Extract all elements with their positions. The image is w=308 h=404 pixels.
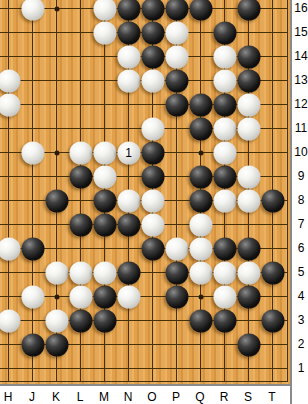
- stone-black[interactable]: [141, 141, 164, 164]
- star-point: [54, 150, 59, 155]
- stone-white[interactable]: [21, 141, 44, 164]
- stone-white[interactable]: [93, 21, 116, 44]
- stone-black[interactable]: [213, 237, 236, 260]
- stone-white[interactable]: [213, 189, 236, 212]
- stone-black[interactable]: [69, 165, 92, 188]
- stone-white[interactable]: 1: [117, 141, 140, 164]
- stone-white[interactable]: [21, 0, 44, 20]
- coord-label-row: 12: [294, 97, 307, 111]
- star-point: [198, 150, 203, 155]
- board-gridline: [0, 320, 288, 321]
- stone-white[interactable]: [117, 285, 140, 308]
- stone-white[interactable]: [213, 285, 236, 308]
- stone-white[interactable]: [213, 45, 236, 68]
- stone-black[interactable]: [45, 189, 68, 212]
- stone-black[interactable]: [261, 189, 284, 212]
- stone-black[interactable]: [189, 117, 212, 140]
- stone-white[interactable]: [117, 189, 140, 212]
- stone-black[interactable]: [189, 309, 212, 332]
- stone-white[interactable]: [93, 141, 116, 164]
- coord-label-row: 14: [294, 49, 307, 63]
- stone-white[interactable]: [0, 309, 20, 332]
- coord-label-column: O: [147, 390, 156, 404]
- stone-black[interactable]: [237, 285, 260, 308]
- coord-label-column: L: [77, 390, 84, 404]
- stone-white[interactable]: [213, 141, 236, 164]
- board-gridline: [32, 0, 33, 382]
- stone-white[interactable]: [93, 0, 116, 20]
- stone-black[interactable]: [141, 0, 164, 20]
- stone-black[interactable]: [165, 0, 188, 20]
- stone-white[interactable]: [45, 261, 68, 284]
- stone-black[interactable]: [261, 309, 284, 332]
- stone-white[interactable]: [93, 165, 116, 188]
- stone-white[interactable]: [0, 69, 20, 92]
- coord-label-row: 8: [298, 193, 305, 207]
- stone-black[interactable]: [237, 69, 260, 92]
- stone-black[interactable]: [213, 93, 236, 116]
- coord-label-column: H: [4, 390, 13, 404]
- stone-black[interactable]: [213, 21, 236, 44]
- coord-label-row: 9: [298, 169, 305, 183]
- stone-black[interactable]: [189, 0, 212, 20]
- coord-label-row: 2: [298, 337, 305, 351]
- stone-black[interactable]: [237, 237, 260, 260]
- stone-black[interactable]: [93, 309, 116, 332]
- coord-label-row: 13: [294, 73, 307, 87]
- stone-black[interactable]: [213, 165, 236, 188]
- stone-white[interactable]: [237, 117, 260, 140]
- stone-white[interactable]: [189, 213, 212, 236]
- stone-white[interactable]: [69, 285, 92, 308]
- stone-white[interactable]: [189, 237, 212, 260]
- stone-white[interactable]: [165, 21, 188, 44]
- go-board[interactable]: 1: [0, 0, 290, 384]
- stone-black[interactable]: [189, 189, 212, 212]
- stone-white[interactable]: [117, 45, 140, 68]
- stone-white[interactable]: [237, 261, 260, 284]
- stone-white[interactable]: [213, 261, 236, 284]
- stone-black[interactable]: [165, 285, 188, 308]
- stone-black[interactable]: [117, 261, 140, 284]
- stone-black[interactable]: [141, 237, 164, 260]
- stone-white[interactable]: [69, 261, 92, 284]
- stone-black[interactable]: [213, 309, 236, 332]
- stone-black[interactable]: [189, 165, 212, 188]
- stone-black[interactable]: [237, 45, 260, 68]
- star-point: [198, 294, 203, 299]
- go-app-window: 1 HJKLMNOPQRST 16151413121110987654321: [0, 0, 308, 404]
- coord-label-column: Q: [195, 390, 204, 404]
- coord-label-row: 10: [294, 145, 307, 159]
- coord-label-column: P: [172, 390, 180, 404]
- stone-white[interactable]: [0, 237, 20, 260]
- coord-label-row: 16: [294, 1, 307, 15]
- coord-label-column: J: [29, 390, 35, 404]
- stone-white[interactable]: [141, 69, 164, 92]
- stone-white[interactable]: [141, 213, 164, 236]
- stone-black[interactable]: [21, 237, 44, 260]
- stone-black[interactable]: [141, 21, 164, 44]
- stone-white[interactable]: [237, 165, 260, 188]
- coord-label-column: K: [52, 390, 60, 404]
- stone-black[interactable]: [189, 93, 212, 116]
- row-label-strip: 16151413121110987654321: [290, 0, 308, 404]
- stone-black[interactable]: [141, 165, 164, 188]
- stone-white[interactable]: [141, 189, 164, 212]
- stone-black[interactable]: [237, 333, 260, 356]
- board-gridline: [0, 368, 288, 369]
- board-edge-line: [0, 381, 288, 382]
- stone-white[interactable]: [93, 261, 116, 284]
- stone-white[interactable]: [237, 93, 260, 116]
- stone-black[interactable]: [261, 261, 284, 284]
- stone-white[interactable]: [165, 45, 188, 68]
- coord-label-row: 4: [298, 289, 305, 303]
- coord-label-column: M: [99, 390, 109, 404]
- coord-label-row: 6: [298, 241, 305, 255]
- stone-white[interactable]: [237, 189, 260, 212]
- stone-black[interactable]: [93, 189, 116, 212]
- coord-label-column: T: [268, 390, 275, 404]
- stone-black[interactable]: [69, 213, 92, 236]
- stone-black[interactable]: [45, 333, 68, 356]
- stone-black[interactable]: [237, 0, 260, 20]
- stone-black[interactable]: [117, 21, 140, 44]
- coord-label-row: 7: [298, 217, 305, 231]
- stone-black[interactable]: [165, 93, 188, 116]
- coord-label-row: 1: [298, 361, 305, 375]
- stone-black[interactable]: [141, 45, 164, 68]
- star-point: [54, 6, 59, 11]
- coord-label-column: R: [220, 390, 229, 404]
- board-edge-line: [287, 0, 288, 382]
- coord-label-row: 11: [295, 121, 307, 135]
- coord-label-row: 5: [298, 265, 305, 279]
- stone-white[interactable]: [213, 117, 236, 140]
- stone-white[interactable]: [141, 117, 164, 140]
- stone-white[interactable]: [213, 69, 236, 92]
- stone-black[interactable]: [165, 261, 188, 284]
- stone-white[interactable]: [69, 141, 92, 164]
- stone-white[interactable]: [189, 261, 212, 284]
- stone-black[interactable]: [117, 0, 140, 20]
- coord-label-row: 15: [294, 25, 307, 39]
- stone-white[interactable]: [21, 285, 44, 308]
- column-label-strip: HJKLMNOPQRST: [0, 384, 308, 404]
- stone-white[interactable]: [45, 309, 68, 332]
- stone-black[interactable]: [165, 69, 188, 92]
- stone-black[interactable]: [117, 213, 140, 236]
- stone-black[interactable]: [21, 333, 44, 356]
- coord-label-column: N: [124, 390, 133, 404]
- coord-label-column: S: [244, 390, 252, 404]
- star-point: [54, 294, 59, 299]
- stone-white[interactable]: [0, 93, 20, 116]
- stone-black[interactable]: [69, 309, 92, 332]
- stone-black[interactable]: [93, 213, 116, 236]
- stone-white[interactable]: [117, 69, 140, 92]
- stone-white[interactable]: [165, 237, 188, 260]
- move-number-label: 1: [125, 147, 132, 159]
- stone-black[interactable]: [93, 285, 116, 308]
- coord-label-row: 3: [298, 313, 305, 327]
